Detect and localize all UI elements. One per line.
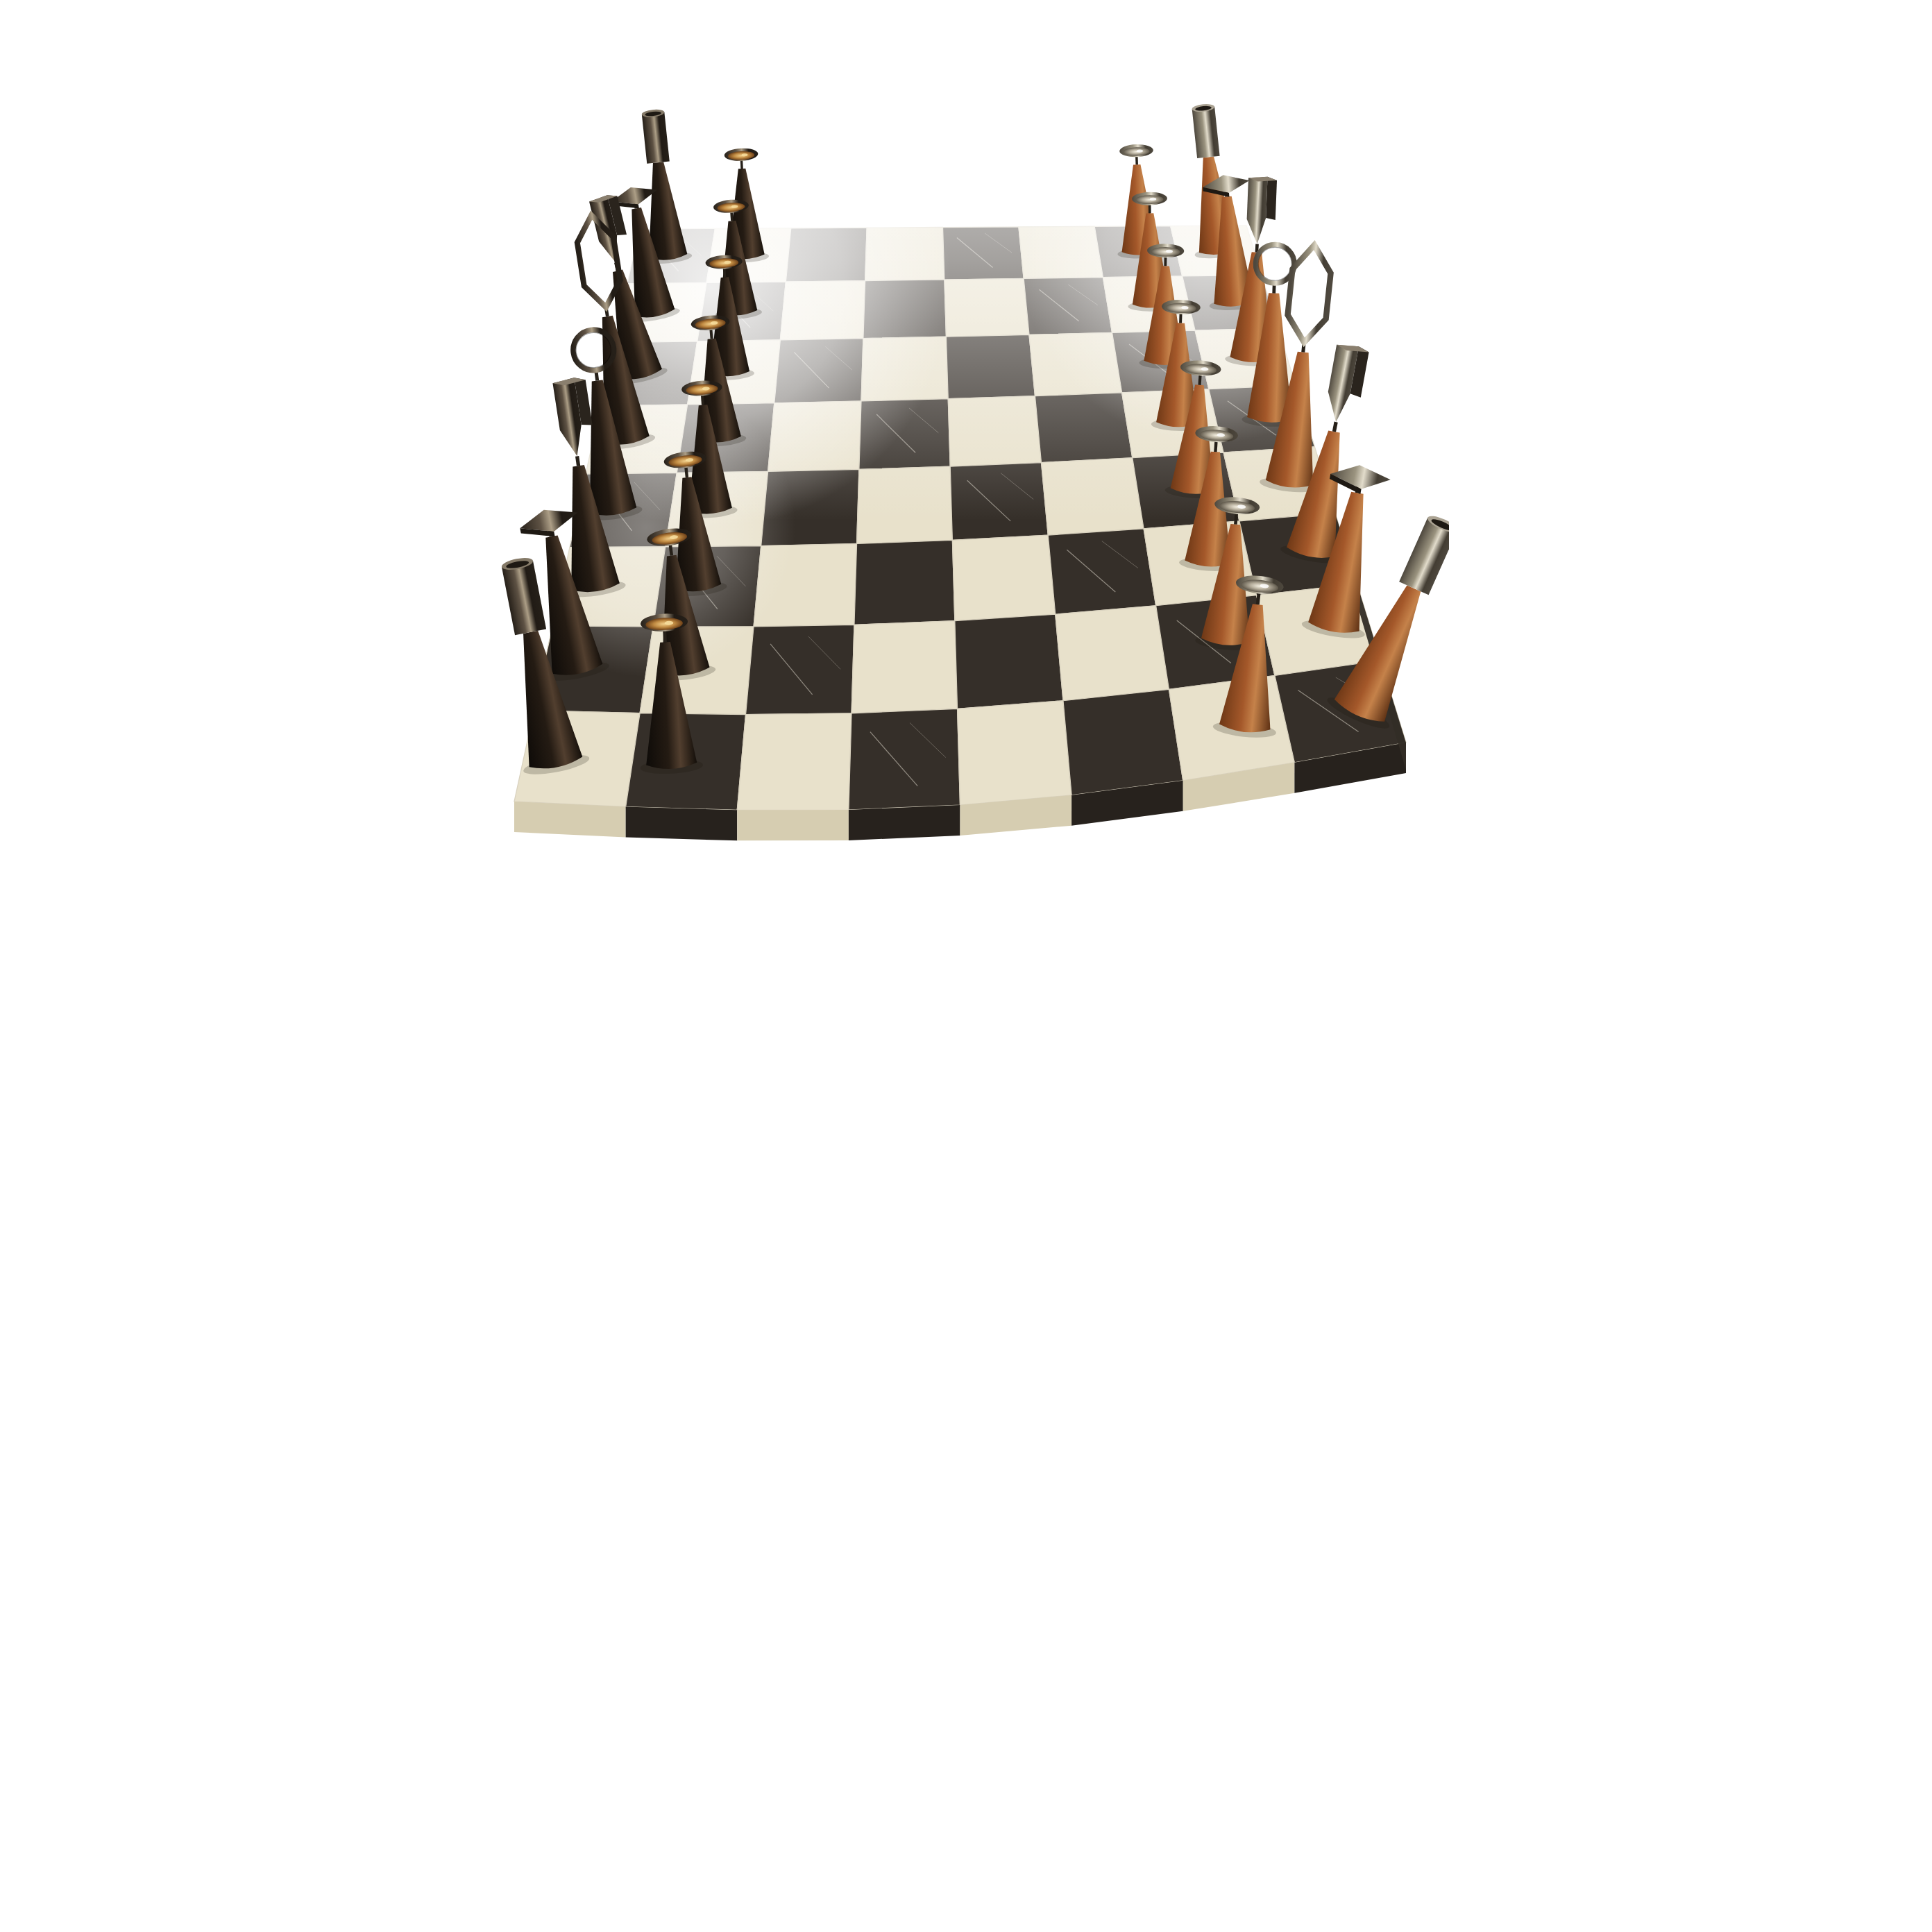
square-e1[interactable]	[958, 701, 1072, 805]
board-front-edge	[849, 805, 960, 840]
board-front-edge	[737, 810, 849, 840]
square-c2[interactable]	[746, 625, 854, 714]
board-front-edge	[514, 802, 626, 838]
chess-set-photo	[483, 0, 1449, 966]
square-e2[interactable]	[955, 614, 1063, 709]
square-f3[interactable]	[1048, 529, 1155, 614]
chessboard-scene	[483, 0, 1449, 966]
square-f1[interactable]	[1063, 689, 1183, 795]
square-f2[interactable]	[1056, 606, 1169, 701]
square-d1[interactable]	[849, 709, 960, 810]
square-d3[interactable]	[854, 540, 955, 625]
board-front-edge	[626, 807, 738, 841]
square-e3[interactable]	[952, 535, 1055, 620]
square-c1[interactable]	[737, 713, 851, 811]
square-d2[interactable]	[851, 621, 958, 713]
screenshot-root	[483, 0, 1449, 966]
